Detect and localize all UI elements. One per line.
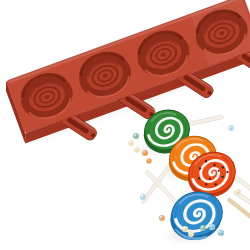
candy-bead [159, 215, 165, 221]
candy-bead [133, 133, 139, 139]
product-photo-svg [0, 0, 250, 250]
candy-bead [140, 194, 146, 200]
candy-bead [235, 189, 241, 195]
candy-bead [209, 224, 215, 230]
candy-bead [200, 225, 206, 231]
candy-bead [128, 140, 134, 146]
product-photo [0, 0, 250, 250]
candy-bead [134, 147, 140, 153]
candy-bead [228, 125, 234, 131]
candy-bead [146, 158, 152, 164]
candy-bead [218, 230, 224, 236]
candy-bead [182, 226, 188, 232]
candy-bead [142, 150, 148, 156]
candy-bead [188, 231, 194, 237]
